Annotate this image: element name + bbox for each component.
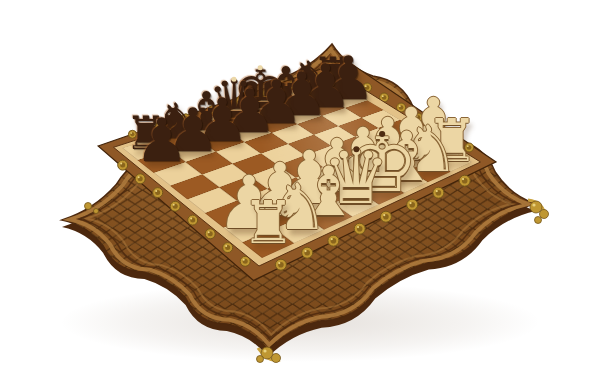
chess-set-photo: ♜♞♝♛♚♝♞♜♟♟♟♟♟♟♟♟♟♟♟♟♟♟♟♟♜♞♝♛♚♝♞♜ xyxy=(0,0,600,380)
brass-rosette xyxy=(209,106,217,114)
brass-rosette xyxy=(459,175,470,186)
brass-rosette xyxy=(380,211,391,222)
brass-rosette xyxy=(128,130,136,138)
brass-rosette xyxy=(465,143,474,152)
brass-rosette xyxy=(135,174,145,184)
brass-rosette xyxy=(188,215,198,225)
brass-rosette xyxy=(118,160,128,170)
brass-rosette xyxy=(275,259,286,270)
brass-rosette xyxy=(182,114,190,122)
brass-rosette xyxy=(354,223,365,234)
brass-rosette xyxy=(262,89,270,97)
brass-rosette xyxy=(223,243,233,253)
brass-rosette xyxy=(302,247,313,258)
brass-rosette xyxy=(431,123,440,132)
brass-rosette xyxy=(153,188,163,198)
brass-rosette xyxy=(433,187,444,198)
brass-rosette xyxy=(328,235,339,246)
brass-rosette xyxy=(448,133,457,142)
brass-rosette xyxy=(289,81,297,89)
brass-rosette xyxy=(155,122,163,130)
brass-rosette xyxy=(205,229,215,239)
brass-rosette xyxy=(407,199,418,210)
brass-rosette xyxy=(235,97,243,105)
brass-rosette xyxy=(170,201,180,211)
